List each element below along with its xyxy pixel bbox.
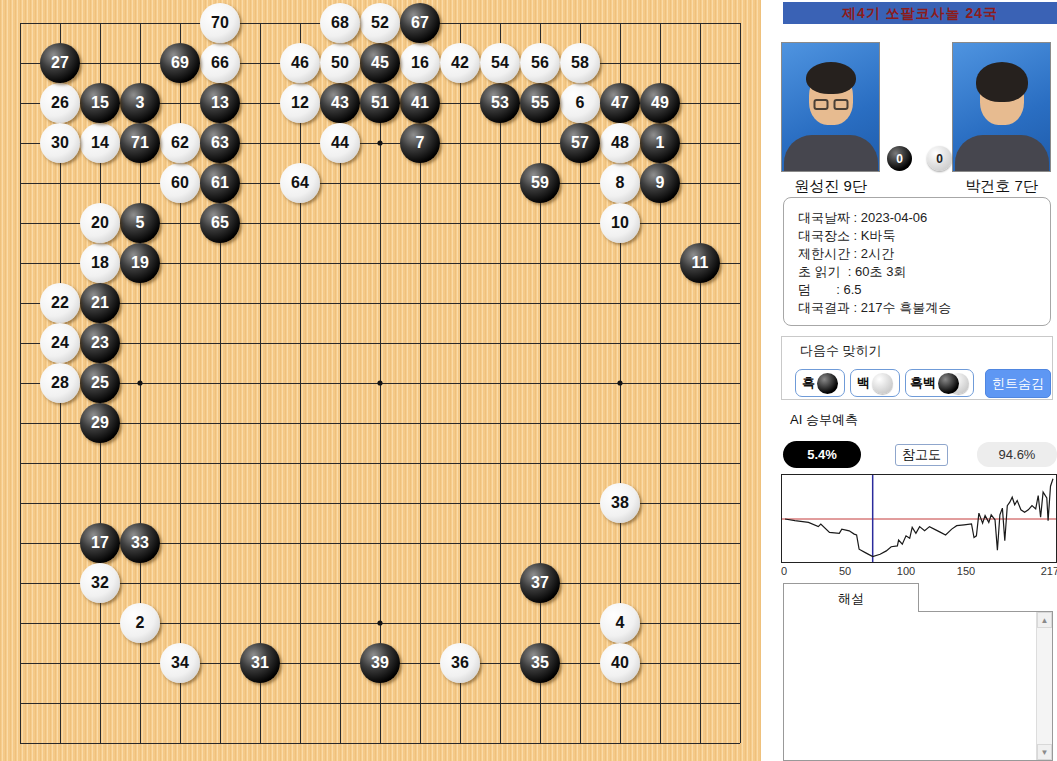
stone-white-54: 54 — [480, 43, 520, 83]
stone-black-47: 47 — [600, 83, 640, 123]
ai-prediction-label: AI 승부예측 — [790, 411, 858, 429]
graph-tick-100: 100 — [893, 565, 919, 577]
stone-black-33: 33 — [120, 523, 160, 563]
stone-white-52: 52 — [360, 3, 400, 43]
stone-white-48: 48 — [600, 123, 640, 163]
stone-black-61: 61 — [200, 163, 240, 203]
winrate-graph[interactable] — [781, 474, 1057, 563]
black-player-photo — [781, 42, 880, 172]
guess-white-button[interactable]: 백 — [850, 369, 900, 397]
game-info-box: 대국날짜 : 2023-04-06 대국장소 : K바둑 제한시간 : 2시간 … — [783, 197, 1051, 326]
stone-black-53: 53 — [480, 83, 520, 123]
stone-black-9: 9 — [640, 163, 680, 203]
stone-white-60: 60 — [160, 163, 200, 203]
white-stone-icon — [872, 373, 893, 394]
stone-black-5: 5 — [120, 203, 160, 243]
stone-white-44: 44 — [320, 123, 360, 163]
go-board[interactable]: 1234567891011121314151617181920212223242… — [0, 0, 761, 761]
game-venue: 대국장소 : K바둑 — [798, 227, 1050, 245]
stone-black-57: 57 — [560, 123, 600, 163]
guess-next-move-label: 다음수 맞히기 — [800, 342, 882, 360]
stone-white-70: 70 — [200, 3, 240, 43]
graph-tick-0: 0 — [781, 565, 787, 577]
stone-white-56: 56 — [520, 43, 560, 83]
white-player-hair — [976, 62, 1028, 102]
stone-white-42: 42 — [440, 43, 480, 83]
stone-white-38: 38 — [600, 483, 640, 523]
black-captures-ball: 0 — [887, 146, 912, 171]
stone-black-59: 59 — [520, 163, 560, 203]
stone-black-49: 49 — [640, 83, 680, 123]
white-captures-ball: 0 — [927, 146, 952, 171]
stone-black-39: 39 — [360, 643, 400, 683]
hide-hint-button[interactable]: 힌트숨김 — [985, 369, 1051, 398]
stone-white-26: 26 — [40, 83, 80, 123]
graph-tick-150: 150 — [953, 565, 979, 577]
commentary-scrollbar[interactable]: ▲ ▼ — [1036, 612, 1052, 760]
black-winrate-badge: 5.4% — [783, 441, 861, 468]
stone-black-69: 69 — [160, 43, 200, 83]
commentary-tab[interactable]: 해설 — [783, 583, 919, 612]
stone-white-20: 20 — [80, 203, 120, 243]
stone-black-45: 45 — [360, 43, 400, 83]
byoyomi: 초 읽기 : 60초 3회 — [798, 263, 1050, 281]
event-title: 제4기 쏘팔코사놀 24국 — [783, 2, 1057, 24]
stone-white-10: 10 — [600, 203, 640, 243]
white-player-photo — [952, 42, 1051, 172]
stone-white-30: 30 — [40, 123, 80, 163]
white-player-suit — [955, 135, 1049, 172]
glasses-icon — [813, 99, 848, 110]
black-player-suit — [784, 135, 878, 172]
stone-white-22: 22 — [40, 283, 80, 323]
black-player-name: 원성진 9단 — [781, 177, 880, 196]
komi: 덤 : 6.5 — [798, 281, 1050, 299]
guess-both-label: 흑백 — [910, 374, 936, 392]
white-player-name: 박건호 7단 — [952, 177, 1051, 196]
graph-tick-50: 50 — [834, 565, 856, 577]
stone-white-58: 58 — [560, 43, 600, 83]
guess-black-button[interactable]: 흑 — [795, 369, 845, 397]
stone-black-35: 35 — [520, 643, 560, 683]
game-date: 대국날짜 : 2023-04-06 — [798, 209, 1050, 227]
stone-black-25: 25 — [80, 363, 120, 403]
white-winrate-badge: 94.6% — [977, 442, 1057, 467]
black-stone-icon — [817, 373, 838, 394]
stone-black-29: 29 — [80, 403, 120, 443]
stone-black-51: 51 — [360, 83, 400, 123]
stone-black-27: 27 — [40, 43, 80, 83]
stone-white-16: 16 — [400, 43, 440, 83]
stone-black-1: 1 — [640, 123, 680, 163]
commentary-box: ▲ ▼ — [783, 611, 1053, 761]
stone-black-3: 3 — [120, 83, 160, 123]
guess-black-label: 흑 — [802, 374, 815, 392]
stone-white-46: 46 — [280, 43, 320, 83]
stone-white-28: 28 — [40, 363, 80, 403]
stone-white-36: 36 — [440, 643, 480, 683]
stone-black-23: 23 — [80, 323, 120, 363]
stone-black-11: 11 — [680, 243, 720, 283]
stone-white-2: 2 — [120, 603, 160, 643]
stone-white-18: 18 — [80, 243, 120, 283]
stone-white-64: 64 — [280, 163, 320, 203]
black-player-hair — [806, 62, 856, 94]
stone-black-7: 7 — [400, 123, 440, 163]
stone-white-4: 4 — [600, 603, 640, 643]
time-limit: 제한시간 : 2시간 — [798, 245, 1050, 263]
reference-diagram-button[interactable]: 참고도 — [895, 444, 948, 466]
stone-white-34: 34 — [160, 643, 200, 683]
stone-black-43: 43 — [320, 83, 360, 123]
stone-white-8: 8 — [600, 163, 640, 203]
black-white-stones-icon — [938, 373, 969, 394]
stone-white-24: 24 — [40, 323, 80, 363]
stone-white-14: 14 — [80, 123, 120, 163]
board-stones: 1234567891011121314151617181920212223242… — [0, 3, 760, 761]
game-result: 대국결과 : 217수 흑불계승 — [798, 299, 1050, 317]
stone-black-13: 13 — [200, 83, 240, 123]
stone-black-67: 67 — [400, 3, 440, 43]
stone-black-65: 65 — [200, 203, 240, 243]
stone-black-71: 71 — [120, 123, 160, 163]
stone-black-17: 17 — [80, 523, 120, 563]
stone-black-21: 21 — [80, 283, 120, 323]
stone-white-68: 68 — [320, 3, 360, 43]
stone-white-12: 12 — [280, 83, 320, 123]
graph-tick-217: 217 — [1033, 565, 1057, 577]
stone-white-50: 50 — [320, 43, 360, 83]
stone-black-31: 31 — [240, 643, 280, 683]
stone-white-32: 32 — [80, 563, 120, 603]
stone-black-63: 63 — [200, 123, 240, 163]
side-panel: 제4기 쏘팔코사놀 24국 0 0 원성진 9단 박건호 7단 대국날짜 : 2… — [765, 0, 1057, 761]
stone-white-40: 40 — [600, 643, 640, 683]
guess-both-button[interactable]: 흑백 — [905, 369, 974, 397]
stone-black-15: 15 — [80, 83, 120, 123]
stone-white-66: 66 — [200, 43, 240, 83]
scroll-up-icon[interactable]: ▲ — [1037, 612, 1052, 628]
stone-black-41: 41 — [400, 83, 440, 123]
stone-black-55: 55 — [520, 83, 560, 123]
stone-black-19: 19 — [120, 243, 160, 283]
stone-white-6: 6 — [560, 83, 600, 123]
scroll-down-icon[interactable]: ▼ — [1037, 744, 1052, 760]
stone-black-37: 37 — [520, 563, 560, 603]
guess-next-move-box: 다음수 맞히기 흑 백 흑백 힌트숨김 — [781, 336, 1053, 400]
stone-white-62: 62 — [160, 123, 200, 163]
guess-white-label: 백 — [857, 374, 870, 392]
